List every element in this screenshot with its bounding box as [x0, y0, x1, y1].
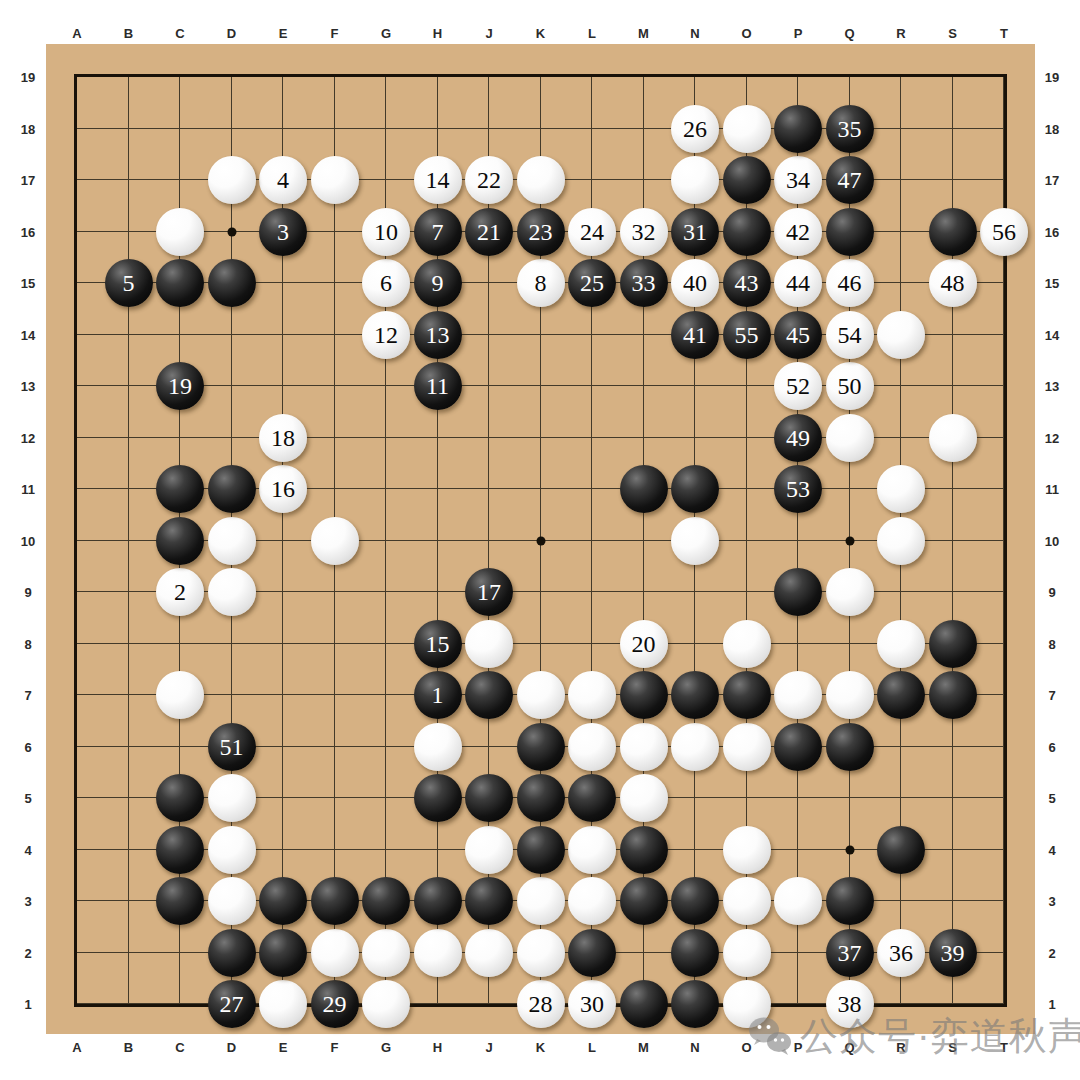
white-stone-R11[interactable]	[877, 465, 925, 513]
white-stone-O3[interactable]	[723, 877, 771, 925]
black-stone-H15[interactable]: 9	[414, 259, 462, 307]
white-stone-R10[interactable]	[877, 517, 925, 565]
move-number: 43	[735, 271, 759, 295]
row-label-left-12: 12	[21, 430, 35, 445]
col-label-top-A: A	[72, 26, 81, 41]
row-label-left-14: 14	[21, 327, 35, 342]
white-stone-C9[interactable]: 2	[156, 568, 204, 616]
white-stone-O8[interactable]	[723, 620, 771, 668]
grid-cell	[386, 438, 438, 490]
white-stone-P3[interactable]	[774, 877, 822, 925]
black-stone-N7[interactable]	[671, 671, 719, 719]
black-stone-Q6[interactable]	[826, 723, 874, 771]
black-stone-C15[interactable]	[156, 259, 204, 307]
move-number: 23	[529, 220, 553, 244]
col-label-bottom-F: F	[331, 1040, 339, 1055]
black-stone-H8[interactable]: 15	[414, 620, 462, 668]
white-stone-P13[interactable]: 52	[774, 362, 822, 410]
grid-cell	[695, 386, 747, 438]
white-stone-N18[interactable]: 26	[671, 105, 719, 153]
move-number: 13	[426, 323, 450, 347]
white-stone-L4[interactable]	[568, 826, 616, 874]
black-stone-N14[interactable]: 41	[671, 311, 719, 359]
grid-cell	[77, 386, 129, 438]
black-stone-Q18[interactable]: 35	[826, 105, 874, 153]
grid-cell	[283, 747, 335, 799]
white-stone-D4[interactable]	[208, 826, 256, 874]
col-label-bottom-G: G	[381, 1040, 391, 1055]
white-stone-Q9[interactable]	[826, 568, 874, 616]
col-label-top-C: C	[175, 26, 184, 41]
grid-cell	[77, 592, 129, 644]
black-stone-Q17[interactable]: 47	[826, 156, 874, 204]
grid-cell	[77, 77, 129, 129]
row-label-right-6: 6	[1048, 739, 1055, 754]
white-stone-K7[interactable]	[517, 671, 565, 719]
move-number: 22	[477, 168, 501, 192]
black-stone-Q3[interactable]	[826, 877, 874, 925]
grid-cell	[335, 386, 387, 438]
grid-cell	[489, 77, 541, 129]
move-number: 16	[271, 477, 295, 501]
col-label-top-O: O	[741, 26, 751, 41]
row-label-right-17: 17	[1045, 173, 1059, 188]
black-stone-K4[interactable]	[517, 826, 565, 874]
grid-cell	[644, 386, 696, 438]
black-stone-P12[interactable]: 49	[774, 414, 822, 462]
black-stone-S8[interactable]	[929, 620, 977, 668]
white-stone-K3[interactable]	[517, 877, 565, 925]
white-stone-M6[interactable]	[620, 723, 668, 771]
grid-cell	[489, 335, 541, 387]
move-number: 31	[683, 220, 707, 244]
white-stone-L7[interactable]	[568, 671, 616, 719]
col-label-top-P: P	[794, 26, 803, 41]
white-stone-O18[interactable]	[723, 105, 771, 153]
col-label-bottom-K: K	[536, 1040, 545, 1055]
black-stone-P6[interactable]	[774, 723, 822, 771]
white-stone-G2[interactable]	[362, 929, 410, 977]
white-stone-P17[interactable]: 34	[774, 156, 822, 204]
row-label-left-8: 8	[24, 636, 31, 651]
white-stone-N10[interactable]	[671, 517, 719, 565]
white-stone-H6[interactable]	[414, 723, 462, 771]
black-stone-D6[interactable]: 51	[208, 723, 256, 771]
black-stone-H5[interactable]	[414, 774, 462, 822]
white-stone-Q7[interactable]	[826, 671, 874, 719]
white-stone-S12[interactable]	[929, 414, 977, 462]
black-stone-K16[interactable]: 23	[517, 208, 565, 256]
move-number: 9	[432, 271, 444, 295]
move-number: 27	[220, 992, 244, 1016]
grid-cell	[335, 77, 387, 129]
move-number: 38	[838, 992, 862, 1016]
black-stone-L5[interactable]	[568, 774, 616, 822]
black-stone-C13[interactable]: 19	[156, 362, 204, 410]
row-label-left-16: 16	[21, 224, 35, 239]
grid-cell	[541, 335, 593, 387]
grid-cell	[77, 953, 129, 1005]
row-label-left-9: 9	[24, 585, 31, 600]
white-stone-E17[interactable]: 4	[259, 156, 307, 204]
grid-cell	[77, 644, 129, 696]
grid-cell	[232, 335, 284, 387]
move-number: 30	[580, 992, 604, 1016]
grid-cell	[77, 129, 129, 181]
black-stone-H13[interactable]: 11	[414, 362, 462, 410]
white-stone-D5[interactable]	[208, 774, 256, 822]
white-stone-H2[interactable]	[414, 929, 462, 977]
grid-cell	[77, 798, 129, 850]
grid-cell	[232, 77, 284, 129]
move-number: 45	[786, 323, 810, 347]
white-stone-Q14[interactable]: 54	[826, 311, 874, 359]
black-stone-D15[interactable]	[208, 259, 256, 307]
col-label-top-K: K	[536, 26, 545, 41]
black-stone-K5[interactable]	[517, 774, 565, 822]
move-number: 51	[220, 735, 244, 759]
move-number: 53	[786, 477, 810, 501]
row-label-right-11: 11	[1045, 482, 1059, 497]
white-stone-E12[interactable]: 18	[259, 414, 307, 462]
grid-cell	[592, 386, 644, 438]
col-label-bottom-M: M	[638, 1040, 649, 1055]
grid-cell	[77, 180, 129, 232]
white-stone-R8[interactable]	[877, 620, 925, 668]
white-stone-D3[interactable]	[208, 877, 256, 925]
black-stone-O16[interactable]	[723, 208, 771, 256]
white-stone-K15[interactable]: 8	[517, 259, 565, 307]
move-number: 2	[174, 580, 186, 604]
go-board[interactable]: 1234567891011121314151617181920212223242…	[46, 44, 1035, 1034]
row-label-left-17: 17	[21, 173, 35, 188]
black-stone-J3[interactable]	[465, 877, 513, 925]
grid-cell	[541, 592, 593, 644]
row-label-right-16: 16	[1045, 224, 1059, 239]
col-label-bottom-S: S	[948, 1040, 957, 1055]
move-number: 52	[786, 374, 810, 398]
grid-cell	[901, 747, 953, 799]
grid-cell	[541, 489, 593, 541]
col-label-top-Q: Q	[844, 26, 854, 41]
white-stone-Q13[interactable]: 50	[826, 362, 874, 410]
black-stone-P14[interactable]: 45	[774, 311, 822, 359]
move-number: 15	[426, 632, 450, 656]
white-stone-Q12[interactable]	[826, 414, 874, 462]
col-label-bottom-A: A	[72, 1040, 81, 1055]
white-stone-D10[interactable]	[208, 517, 256, 565]
black-stone-S7[interactable]	[929, 671, 977, 719]
move-number: 46	[838, 271, 862, 295]
black-stone-C10[interactable]	[156, 517, 204, 565]
black-stone-M15[interactable]: 33	[620, 259, 668, 307]
black-stone-M7[interactable]	[620, 671, 668, 719]
black-stone-C11[interactable]	[156, 465, 204, 513]
black-stone-D11[interactable]	[208, 465, 256, 513]
black-stone-E2[interactable]	[259, 929, 307, 977]
white-stone-O1[interactable]	[723, 980, 771, 1028]
white-stone-J17[interactable]: 22	[465, 156, 513, 204]
white-stone-E1[interactable]	[259, 980, 307, 1028]
grid-cell	[953, 77, 1005, 129]
white-stone-R2[interactable]: 36	[877, 929, 925, 977]
black-stone-C4[interactable]	[156, 826, 204, 874]
grid-cell	[901, 77, 953, 129]
black-stone-C5[interactable]	[156, 774, 204, 822]
black-stone-R4[interactable]	[877, 826, 925, 874]
black-stone-S2[interactable]: 39	[929, 929, 977, 977]
grid-cell	[592, 541, 644, 593]
grid-cell	[438, 489, 490, 541]
white-stone-H17[interactable]: 14	[414, 156, 462, 204]
grid-cell	[953, 335, 1005, 387]
col-label-bottom-L: L	[588, 1040, 596, 1055]
col-label-top-F: F	[331, 26, 339, 41]
row-label-right-9: 9	[1048, 585, 1055, 600]
black-stone-H3[interactable]	[414, 877, 462, 925]
move-number: 55	[735, 323, 759, 347]
black-stone-N3[interactable]	[671, 877, 719, 925]
col-label-top-M: M	[638, 26, 649, 41]
col-label-bottom-Q: Q	[844, 1040, 854, 1055]
grid-cell	[283, 592, 335, 644]
white-stone-Q1[interactable]: 38	[826, 980, 874, 1028]
white-stone-F2[interactable]	[311, 929, 359, 977]
move-number: 47	[838, 168, 862, 192]
black-stone-L2[interactable]	[568, 929, 616, 977]
white-stone-L1[interactable]: 30	[568, 980, 616, 1028]
black-stone-J9[interactable]: 17	[465, 568, 513, 616]
black-stone-N1[interactable]	[671, 980, 719, 1028]
grid-cell	[77, 695, 129, 747]
black-stone-O14[interactable]: 55	[723, 311, 771, 359]
row-label-left-7: 7	[24, 688, 31, 703]
white-stone-G15[interactable]: 6	[362, 259, 410, 307]
white-stone-N17[interactable]	[671, 156, 719, 204]
move-number: 26	[683, 117, 707, 141]
row-label-left-11: 11	[21, 482, 35, 497]
grid-cell	[77, 901, 129, 953]
move-number: 42	[786, 220, 810, 244]
grid-cell	[541, 386, 593, 438]
white-stone-F17[interactable]	[311, 156, 359, 204]
col-label-bottom-R: R	[896, 1040, 905, 1055]
black-stone-S16[interactable]	[929, 208, 977, 256]
black-stone-F1[interactable]: 29	[311, 980, 359, 1028]
black-stone-P18[interactable]	[774, 105, 822, 153]
black-stone-C3[interactable]	[156, 877, 204, 925]
black-stone-H7[interactable]: 1	[414, 671, 462, 719]
move-number: 8	[535, 271, 547, 295]
star-point-K10	[536, 536, 545, 545]
black-stone-P9[interactable]	[774, 568, 822, 616]
grid-cell	[953, 541, 1005, 593]
grid-cell	[77, 489, 129, 541]
move-number: 19	[168, 374, 192, 398]
white-stone-S15[interactable]: 48	[929, 259, 977, 307]
black-stone-E3[interactable]	[259, 877, 307, 925]
row-label-right-14: 14	[1045, 327, 1059, 342]
col-label-top-H: H	[433, 26, 442, 41]
move-number: 6	[380, 271, 392, 295]
col-label-bottom-P: P	[794, 1040, 803, 1055]
black-stone-L15[interactable]: 25	[568, 259, 616, 307]
grid-cell	[592, 335, 644, 387]
grid-cell	[592, 77, 644, 129]
black-stone-P11[interactable]: 53	[774, 465, 822, 513]
move-number: 36	[889, 941, 913, 965]
black-stone-J5[interactable]	[465, 774, 513, 822]
black-stone-F3[interactable]	[311, 877, 359, 925]
black-stone-M4[interactable]	[620, 826, 668, 874]
white-stone-L6[interactable]	[568, 723, 616, 771]
col-label-bottom-J: J	[485, 1040, 492, 1055]
white-stone-E11[interactable]: 16	[259, 465, 307, 513]
white-stone-Q15[interactable]: 46	[826, 259, 874, 307]
grid-cell	[541, 541, 593, 593]
row-label-left-13: 13	[21, 379, 35, 394]
white-stone-G1[interactable]	[362, 980, 410, 1028]
grid-cell	[335, 747, 387, 799]
col-label-top-E: E	[279, 26, 288, 41]
move-number: 39	[941, 941, 965, 965]
row-label-left-3: 3	[24, 894, 31, 909]
black-stone-Q2[interactable]: 37	[826, 929, 874, 977]
white-stone-R14[interactable]	[877, 311, 925, 359]
black-stone-B15[interactable]: 5	[105, 259, 153, 307]
white-stone-L16[interactable]: 24	[568, 208, 616, 256]
white-stone-G14[interactable]: 12	[362, 311, 410, 359]
black-stone-H14[interactable]: 13	[414, 311, 462, 359]
black-stone-N2[interactable]	[671, 929, 719, 977]
black-stone-J7[interactable]	[465, 671, 513, 719]
grid-cell	[335, 438, 387, 490]
black-stone-R7[interactable]	[877, 671, 925, 719]
white-stone-J4[interactable]	[465, 826, 513, 874]
row-label-right-7: 7	[1048, 688, 1055, 703]
white-stone-T16[interactable]: 56	[980, 208, 1028, 256]
black-stone-M1[interactable]	[620, 980, 668, 1028]
white-stone-N6[interactable]	[671, 723, 719, 771]
white-stone-J8[interactable]	[465, 620, 513, 668]
move-number: 18	[271, 426, 295, 450]
black-stone-O17[interactable]	[723, 156, 771, 204]
grid-cell	[335, 592, 387, 644]
col-label-bottom-T: T	[1000, 1040, 1008, 1055]
white-stone-O6[interactable]	[723, 723, 771, 771]
white-stone-O4[interactable]	[723, 826, 771, 874]
move-number: 24	[580, 220, 604, 244]
white-stone-N15[interactable]: 40	[671, 259, 719, 307]
white-stone-P15[interactable]: 44	[774, 259, 822, 307]
move-number: 12	[374, 323, 398, 347]
grid-cell	[129, 77, 181, 129]
white-stone-J2[interactable]	[465, 929, 513, 977]
white-stone-F10[interactable]	[311, 517, 359, 565]
row-label-right-13: 13	[1045, 379, 1059, 394]
grid-cell	[77, 438, 129, 490]
black-stone-E16[interactable]: 3	[259, 208, 307, 256]
white-stone-L3[interactable]	[568, 877, 616, 925]
row-label-right-3: 3	[1048, 894, 1055, 909]
black-stone-K6[interactable]	[517, 723, 565, 771]
white-stone-M5[interactable]	[620, 774, 668, 822]
move-number: 40	[683, 271, 707, 295]
grid-cell	[283, 644, 335, 696]
white-stone-O2[interactable]	[723, 929, 771, 977]
black-stone-N11[interactable]	[671, 465, 719, 513]
black-stone-J16[interactable]: 21	[465, 208, 513, 256]
move-number: 7	[432, 220, 444, 244]
grid-cell	[438, 77, 490, 129]
move-number: 49	[786, 426, 810, 450]
move-number: 11	[426, 374, 449, 398]
row-label-right-2: 2	[1048, 945, 1055, 960]
move-number: 41	[683, 323, 707, 347]
white-stone-P7[interactable]	[774, 671, 822, 719]
col-label-top-L: L	[588, 26, 596, 41]
col-label-top-N: N	[690, 26, 699, 41]
move-number: 44	[786, 271, 810, 295]
grid-cell	[283, 798, 335, 850]
grid-cell	[335, 695, 387, 747]
move-number: 37	[838, 941, 862, 965]
move-number: 5	[123, 271, 135, 295]
black-stone-M3[interactable]	[620, 877, 668, 925]
col-label-bottom-O: O	[741, 1040, 751, 1055]
row-label-right-5: 5	[1048, 791, 1055, 806]
white-stone-K17[interactable]	[517, 156, 565, 204]
black-stone-N16[interactable]: 31	[671, 208, 719, 256]
grid-cell	[180, 77, 232, 129]
black-stone-M11[interactable]	[620, 465, 668, 513]
row-label-left-19: 19	[21, 70, 35, 85]
white-stone-C7[interactable]	[156, 671, 204, 719]
col-label-bottom-E: E	[279, 1040, 288, 1055]
move-number: 56	[992, 220, 1016, 244]
black-stone-D1[interactable]: 27	[208, 980, 256, 1028]
black-stone-Q16[interactable]	[826, 208, 874, 256]
black-stone-O15[interactable]: 43	[723, 259, 771, 307]
grid-cell	[489, 438, 541, 490]
move-number: 29	[323, 992, 347, 1016]
col-label-bottom-D: D	[227, 1040, 236, 1055]
white-stone-G16[interactable]: 10	[362, 208, 410, 256]
grid-cell	[335, 798, 387, 850]
white-stone-D17[interactable]	[208, 156, 256, 204]
col-label-bottom-N: N	[690, 1040, 699, 1055]
black-stone-D2[interactable]	[208, 929, 256, 977]
move-number: 17	[477, 580, 501, 604]
white-stone-K1[interactable]: 28	[517, 980, 565, 1028]
white-stone-M16[interactable]: 32	[620, 208, 668, 256]
row-label-left-18: 18	[21, 121, 35, 136]
grid-cell	[798, 798, 850, 850]
black-stone-G3[interactable]	[362, 877, 410, 925]
white-stone-K2[interactable]	[517, 929, 565, 977]
white-stone-C16[interactable]	[156, 208, 204, 256]
grid-cell	[592, 129, 644, 181]
white-stone-P16[interactable]: 42	[774, 208, 822, 256]
star-point-Q10	[845, 536, 854, 545]
black-stone-H16[interactable]: 7	[414, 208, 462, 256]
grid-cell	[129, 953, 181, 1005]
row-label-right-1: 1	[1048, 997, 1055, 1012]
black-stone-O7[interactable]	[723, 671, 771, 719]
white-stone-M8[interactable]: 20	[620, 620, 668, 668]
move-number: 35	[838, 117, 862, 141]
white-stone-D9[interactable]	[208, 568, 256, 616]
